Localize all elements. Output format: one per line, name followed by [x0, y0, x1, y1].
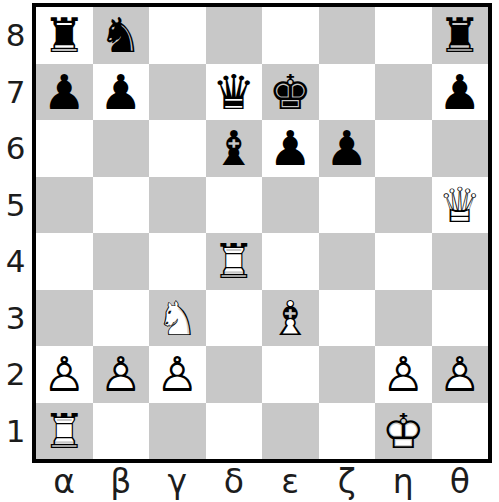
black-king[interactable]: ♚ — [264, 66, 316, 118]
black-pawn[interactable]: ♟ — [434, 66, 486, 118]
file-label-d: δ — [206, 461, 263, 502]
square-c2[interactable]: ♟♙ — [149, 346, 206, 403]
square-c7[interactable] — [149, 64, 206, 121]
square-e1[interactable] — [262, 403, 319, 460]
piece-outline-glyph: ♙ — [151, 348, 203, 400]
square-b3[interactable] — [93, 290, 150, 347]
white-bishop[interactable]: ♝♗ — [264, 292, 316, 344]
rank-label-2: 2 — [0, 346, 31, 403]
file-label-c: γ — [149, 461, 206, 502]
square-d7[interactable]: ♛ — [206, 64, 263, 121]
file-label-e: ε — [262, 461, 319, 502]
square-a6[interactable] — [36, 120, 93, 177]
white-pawn[interactable]: ♟♙ — [377, 348, 429, 400]
square-g6[interactable] — [375, 120, 432, 177]
white-pawn[interactable]: ♟♙ — [95, 348, 147, 400]
square-c4[interactable] — [149, 233, 206, 290]
file-label-h: θ — [432, 461, 489, 502]
square-b4[interactable] — [93, 233, 150, 290]
black-queen[interactable]: ♛ — [208, 66, 260, 118]
square-g3[interactable] — [375, 290, 432, 347]
square-e3[interactable]: ♝♗ — [262, 290, 319, 347]
white-rook[interactable]: ♜♖ — [208, 235, 260, 287]
piece-outline-glyph: ♙ — [95, 348, 147, 400]
square-e7[interactable]: ♚ — [262, 64, 319, 121]
black-pawn[interactable]: ♟ — [321, 122, 373, 174]
square-d5[interactable] — [206, 177, 263, 234]
piece-outline-glyph: ♘ — [151, 292, 203, 344]
square-e8[interactable] — [262, 7, 319, 64]
white-queen[interactable]: ♛♕ — [434, 179, 486, 231]
rank-label-7: 7 — [0, 64, 31, 121]
square-a8[interactable]: ♜ — [36, 7, 93, 64]
rank-label-1: 1 — [0, 403, 31, 460]
square-g7[interactable] — [375, 64, 432, 121]
square-a4[interactable] — [36, 233, 93, 290]
square-b2[interactable]: ♟♙ — [93, 346, 150, 403]
file-label-f: ζ — [319, 461, 376, 502]
file-label-b: β — [93, 461, 150, 502]
file-label-a: α — [36, 461, 93, 502]
square-f6[interactable]: ♟ — [319, 120, 376, 177]
square-h2[interactable]: ♟♙ — [432, 346, 489, 403]
square-b7[interactable]: ♟ — [93, 64, 150, 121]
square-b8[interactable]: ♞ — [93, 7, 150, 64]
square-d6[interactable]: ♝ — [206, 120, 263, 177]
square-h5[interactable]: ♛♕ — [432, 177, 489, 234]
square-g8[interactable] — [375, 7, 432, 64]
piece-outline-glyph: ♖ — [208, 235, 260, 287]
square-d4[interactable]: ♜♖ — [206, 233, 263, 290]
white-pawn[interactable]: ♟♙ — [434, 348, 486, 400]
square-f5[interactable] — [319, 177, 376, 234]
black-rook[interactable]: ♜ — [434, 9, 486, 61]
chess-board-frame: ♜♞♜♟♟♛♚♟♝♟♟♛♕♜♖♞♘♝♗♟♙♟♙♟♙♟♙♟♙♜♖♚♔ — [32, 3, 492, 463]
square-c8[interactable] — [149, 7, 206, 64]
square-h8[interactable]: ♜ — [432, 7, 489, 64]
square-h4[interactable] — [432, 233, 489, 290]
piece-outline-glyph: ♖ — [38, 405, 90, 457]
black-bishop[interactable]: ♝ — [208, 122, 260, 174]
piece-outline-glyph: ♙ — [38, 348, 90, 400]
rank-label-8: 8 — [0, 7, 31, 64]
square-e6[interactable]: ♟ — [262, 120, 319, 177]
rank-label-6: 6 — [0, 120, 31, 177]
piece-outline-glyph: ♙ — [377, 348, 429, 400]
white-rook[interactable]: ♜♖ — [38, 405, 90, 457]
square-a1[interactable]: ♜♖ — [36, 403, 93, 460]
file-labels: αβγδεζηθ — [36, 461, 488, 502]
rank-label-4: 4 — [0, 233, 31, 290]
square-g4[interactable] — [375, 233, 432, 290]
file-label-g: η — [375, 461, 432, 502]
rank-label-5: 5 — [0, 177, 31, 234]
piece-outline-glyph: ♔ — [377, 405, 429, 457]
square-e2[interactable] — [262, 346, 319, 403]
square-h3[interactable] — [432, 290, 489, 347]
square-d2[interactable] — [206, 346, 263, 403]
square-a7[interactable]: ♟ — [36, 64, 93, 121]
square-f7[interactable] — [319, 64, 376, 121]
rank-label-3: 3 — [0, 290, 31, 347]
square-c1[interactable] — [149, 403, 206, 460]
rank-labels: 87654321 — [0, 7, 31, 459]
chess-board: ♜♞♜♟♟♛♚♟♝♟♟♛♕♜♖♞♘♝♗♟♙♟♙♟♙♟♙♟♙♜♖♚♔ — [36, 7, 488, 459]
square-e4[interactable] — [262, 233, 319, 290]
square-a2[interactable]: ♟♙ — [36, 346, 93, 403]
square-d8[interactable] — [206, 7, 263, 64]
black-pawn[interactable]: ♟ — [38, 66, 90, 118]
square-g5[interactable] — [375, 177, 432, 234]
white-king[interactable]: ♚♔ — [377, 405, 429, 457]
square-a3[interactable] — [36, 290, 93, 347]
black-pawn[interactable]: ♟ — [264, 122, 316, 174]
square-f8[interactable] — [319, 7, 376, 64]
square-f3[interactable] — [319, 290, 376, 347]
black-rook[interactable]: ♜ — [38, 9, 90, 61]
square-g1[interactable]: ♚♔ — [375, 403, 432, 460]
black-knight[interactable]: ♞ — [95, 9, 147, 61]
square-d3[interactable] — [206, 290, 263, 347]
white-knight[interactable]: ♞♘ — [151, 292, 203, 344]
square-b6[interactable] — [93, 120, 150, 177]
square-c6[interactable] — [149, 120, 206, 177]
square-b5[interactable] — [93, 177, 150, 234]
square-g2[interactable]: ♟♙ — [375, 346, 432, 403]
square-a5[interactable] — [36, 177, 93, 234]
white-pawn[interactable]: ♟♙ — [38, 348, 90, 400]
square-b1[interactable] — [93, 403, 150, 460]
square-h7[interactable]: ♟ — [432, 64, 489, 121]
square-d1[interactable] — [206, 403, 263, 460]
piece-outline-glyph: ♕ — [434, 179, 486, 231]
white-pawn[interactable]: ♟♙ — [151, 348, 203, 400]
black-pawn[interactable]: ♟ — [95, 66, 147, 118]
square-f2[interactable] — [319, 346, 376, 403]
piece-outline-glyph: ♙ — [434, 348, 486, 400]
square-e5[interactable] — [262, 177, 319, 234]
square-h6[interactable] — [432, 120, 489, 177]
square-f4[interactable] — [319, 233, 376, 290]
square-c5[interactable] — [149, 177, 206, 234]
square-c3[interactable]: ♞♘ — [149, 290, 206, 347]
piece-outline-glyph: ♗ — [264, 292, 316, 344]
square-h1[interactable] — [432, 403, 489, 460]
square-f1[interactable] — [319, 403, 376, 460]
chess-diagram: 87654321 ♜♞♜♟♟♛♚♟♝♟♟♛♕♜♖♞♘♝♗♟♙♟♙♟♙♟♙♟♙♜♖… — [0, 0, 499, 502]
